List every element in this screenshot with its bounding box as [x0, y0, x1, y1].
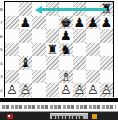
white-pawn[interactable]: ♟♙: [73, 83, 87, 96]
square-h4[interactable]: [100, 56, 114, 70]
square-d4[interactable]: [46, 56, 60, 70]
white-bishop[interactable]: ♝♗: [59, 70, 73, 83]
red-app-icon[interactable]: [7, 114, 13, 119]
black-knight[interactable]: ♞: [59, 43, 73, 56]
yellow-tray-icon[interactable]: [92, 114, 97, 119]
square-a5[interactable]: [5, 43, 19, 57]
square-d7[interactable]: [46, 16, 60, 30]
rank-label-8: 8: [0, 7, 3, 12]
rank-label-2: 2: [0, 88, 3, 93]
square-f4[interactable]: [73, 56, 87, 70]
square-f3[interactable]: [73, 70, 87, 84]
square-h3[interactable]: [100, 70, 114, 84]
square-a7[interactable]: [5, 16, 19, 30]
black-king[interactable]: ♚: [59, 16, 73, 29]
black-pawn[interactable]: ♟: [73, 16, 87, 29]
black-bishop[interactable]: ♝: [19, 56, 33, 69]
taskbar-window-button[interactable]: [50, 113, 88, 119]
rank-label-4: 4: [0, 61, 3, 66]
square-g5[interactable]: [86, 43, 100, 57]
square-c4[interactable]: [32, 56, 46, 70]
square-h6[interactable]: [100, 29, 114, 43]
rank-label-7: 7: [0, 20, 3, 25]
black-pawn[interactable]: ♟: [19, 16, 33, 29]
square-e5[interactable]: ♞: [59, 43, 73, 57]
white-pawn[interactable]: ♟♙: [100, 83, 114, 96]
square-f5[interactable]: [73, 43, 87, 57]
board-frame: ♜♟♚♟♟♟♟♜♞♝♝♗♟♙♟♙♟♙♟♙♟♙♟♙: [4, 1, 114, 97]
square-e4[interactable]: [59, 56, 73, 70]
square-f7[interactable]: ♟: [73, 16, 87, 30]
status-text-strip: [0, 102, 118, 111]
square-b8[interactable]: [19, 2, 33, 16]
square-a3[interactable]: [5, 70, 19, 84]
move-arrow: [42, 8, 107, 11]
square-d2[interactable]: [46, 83, 60, 97]
square-d6[interactable]: [46, 29, 60, 43]
square-e6[interactable]: ♟: [59, 29, 73, 43]
square-b7[interactable]: ♟: [19, 16, 33, 30]
square-c3[interactable]: [32, 70, 46, 84]
rank-label-5: 5: [0, 47, 3, 52]
square-d3[interactable]: [46, 70, 60, 84]
square-c2[interactable]: [32, 83, 46, 97]
white-pawn[interactable]: ♟♙: [59, 83, 73, 96]
square-b4[interactable]: ♝: [19, 56, 33, 70]
white-pawn[interactable]: ♟♙: [5, 83, 19, 96]
rank-label-6: 6: [0, 34, 3, 39]
square-h5[interactable]: [100, 43, 114, 57]
square-g4[interactable]: [86, 56, 100, 70]
square-h7[interactable]: ♟: [100, 16, 114, 30]
move-arrow-head-icon: [35, 6, 42, 14]
square-e2[interactable]: ♟♙: [59, 83, 73, 97]
square-b6[interactable]: [19, 29, 33, 43]
square-b2[interactable]: ♟♙: [19, 83, 33, 97]
white-pawn[interactable]: ♟♙: [19, 83, 33, 96]
rank-label-3: 3: [0, 74, 3, 79]
white-pawn[interactable]: ♟♙: [86, 83, 100, 96]
illegible-status-text: [2, 105, 116, 109]
square-c7[interactable]: [32, 16, 46, 30]
black-pawn[interactable]: ♟: [59, 29, 73, 42]
taskbar: [0, 111, 118, 120]
square-b3[interactable]: [19, 70, 33, 84]
illegible-window-title: [52, 116, 84, 119]
square-b5[interactable]: [19, 43, 33, 57]
square-e7[interactable]: ♚: [59, 16, 73, 30]
square-g6[interactable]: [86, 29, 100, 43]
chess-board[interactable]: ♜♟♚♟♟♟♟♜♞♝♝♗♟♙♟♙♟♙♟♙♟♙♟♙: [5, 2, 113, 97]
square-h2[interactable]: ♟♙: [100, 83, 114, 97]
chess-app-screenshot: ♜♟♚♟♟♟♟♜♞♝♝♗♟♙♟♙♟♙♟♙♟♙♟♙ 8765432: [0, 0, 118, 120]
square-c6[interactable]: [32, 29, 46, 43]
square-a4[interactable]: [5, 56, 19, 70]
black-pawn[interactable]: ♟: [86, 16, 100, 29]
square-d5[interactable]: ♜: [46, 43, 60, 57]
black-rook[interactable]: ♜: [46, 43, 60, 56]
square-g2[interactable]: ♟♙: [86, 83, 100, 97]
square-e3[interactable]: ♝♗: [59, 70, 73, 84]
square-f2[interactable]: ♟♙: [73, 83, 87, 97]
square-g7[interactable]: ♟: [86, 16, 100, 30]
square-c5[interactable]: [32, 43, 46, 57]
square-a8[interactable]: [5, 2, 19, 16]
square-a6[interactable]: [5, 29, 19, 43]
square-f6[interactable]: [73, 29, 87, 43]
square-a2[interactable]: ♟♙: [5, 83, 19, 97]
square-g3[interactable]: [86, 70, 100, 84]
black-pawn[interactable]: ♟: [100, 16, 114, 29]
